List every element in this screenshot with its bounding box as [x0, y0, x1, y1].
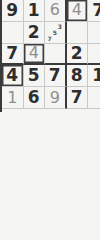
- given-digit: 7: [71, 89, 83, 100]
- user-digit: 6: [50, 2, 60, 18]
- cell-r4c1[interactable]: 4: [2, 65, 24, 87]
- cell-r3c1[interactable]: 7: [2, 44, 24, 66]
- cell-r3c5[interactable]: [88, 44, 100, 66]
- sudoku-board: 916472357742457811697: [0, 0, 100, 100]
- cell-r2c5[interactable]: [88, 22, 100, 44]
- cell-r2c3[interactable]: 357: [45, 22, 67, 44]
- cell-r5c1[interactable]: 1: [2, 87, 24, 100]
- cell-r1c4[interactable]: 4: [67, 0, 89, 22]
- given-digit: 7: [6, 45, 18, 62]
- given-digit: 1: [92, 67, 100, 84]
- cell-r1c3[interactable]: 6: [45, 0, 67, 22]
- user-digit: 4: [72, 2, 82, 18]
- given-digit: 7: [92, 2, 100, 19]
- cell-r1c5[interactable]: 7: [88, 0, 100, 22]
- cell-r2c2[interactable]: 2: [24, 22, 46, 44]
- cell-r1c1[interactable]: 9: [2, 0, 24, 22]
- cell-r5c4[interactable]: 7: [67, 87, 89, 100]
- cell-r5c5[interactable]: [88, 87, 100, 100]
- cell-r3c4[interactable]: 2: [67, 44, 89, 66]
- cell-r5c3[interactable]: 9: [45, 87, 67, 100]
- cell-r4c4[interactable]: 8: [67, 65, 89, 87]
- cell-r4c2[interactable]: 5: [24, 65, 46, 87]
- given-digit: 2: [28, 24, 40, 41]
- cell-r3c3[interactable]: [45, 44, 67, 66]
- cell-r4c3[interactable]: 7: [45, 65, 67, 87]
- cell-r3c2[interactable]: 4: [24, 44, 46, 66]
- cell-r2c1[interactable]: [2, 22, 24, 44]
- given-digit: 4: [6, 67, 18, 84]
- cell-r4c5[interactable]: 1: [88, 65, 100, 87]
- user-digit: 9: [50, 90, 60, 100]
- pencil-marks: 357: [45, 22, 65, 43]
- given-digit: 5: [28, 67, 40, 84]
- user-digit: 4: [29, 45, 39, 61]
- given-digit: 6: [28, 89, 40, 100]
- cell-r1c2[interactable]: 1: [24, 0, 46, 22]
- given-digit: 8: [71, 67, 83, 84]
- given-digit: 2: [71, 45, 83, 62]
- cell-r2c4[interactable]: [67, 22, 89, 44]
- cell-r5c2[interactable]: 6: [24, 87, 46, 100]
- given-digit: 7: [49, 67, 61, 84]
- user-digit: 1: [7, 90, 17, 100]
- given-digit: 9: [6, 2, 18, 19]
- given-digit: 1: [28, 2, 40, 19]
